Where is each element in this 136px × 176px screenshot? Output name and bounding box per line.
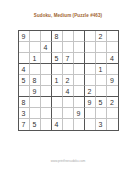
cell-r4c5[interactable]	[63, 64, 74, 75]
cell-r4c2[interactable]	[30, 64, 41, 75]
cell-r9c3[interactable]	[41, 119, 52, 130]
cell-r6c7[interactable]: 2	[85, 86, 96, 97]
cell-r1c6[interactable]	[74, 31, 85, 42]
cell-r1c1[interactable]: 9	[19, 31, 30, 42]
cell-r7c7[interactable]: 9	[85, 97, 96, 108]
cell-r3c2[interactable]: 1	[30, 53, 41, 64]
cell-r3c7[interactable]	[85, 53, 96, 64]
cell-r6c2[interactable]: 9	[30, 86, 41, 97]
cell-r2c2[interactable]	[30, 42, 41, 53]
cell-r4c3[interactable]	[41, 64, 52, 75]
cell-r4c7[interactable]	[85, 64, 96, 75]
cell-r5c3[interactable]	[41, 75, 52, 86]
cell-r3c4[interactable]: 5	[52, 53, 63, 64]
cell-r4c4[interactable]	[52, 64, 63, 75]
cell-r9c6[interactable]	[74, 119, 85, 130]
cell-r8c8[interactable]	[96, 108, 107, 119]
cell-r8c1[interactable]: 3	[19, 108, 30, 119]
cell-r8c9[interactable]	[107, 108, 118, 119]
cell-r8c7[interactable]	[85, 108, 96, 119]
cell-r2c3[interactable]: 4	[41, 42, 52, 53]
cell-r2c8[interactable]	[96, 42, 107, 53]
cell-r5c9[interactable]: 9	[107, 75, 118, 86]
cell-r2c9[interactable]	[107, 42, 118, 53]
cell-r1c3[interactable]	[41, 31, 52, 42]
cell-r3c3[interactable]	[41, 53, 52, 64]
cell-r7c6[interactable]	[74, 97, 85, 108]
cell-r4c1[interactable]: 4	[19, 64, 30, 75]
cell-r3c8[interactable]	[96, 53, 107, 64]
cell-r9c4[interactable]: 4	[52, 119, 63, 130]
cell-r2c7[interactable]	[85, 42, 96, 53]
cell-r2c4[interactable]	[52, 42, 63, 53]
footer-url: www.printfreesudoku.com	[0, 159, 136, 163]
sudoku-sheet: Sudoku, Medium (Puzzle #463) 98241574415…	[0, 13, 136, 176]
cell-r9c1[interactable]: 7	[19, 119, 30, 130]
cell-r9c8[interactable]: 3	[96, 119, 107, 130]
cell-r1c2[interactable]	[30, 31, 41, 42]
cell-r5c7[interactable]	[85, 75, 96, 86]
cell-r1c9[interactable]	[107, 31, 118, 42]
cell-r9c9[interactable]	[107, 119, 118, 130]
cell-r9c2[interactable]: 5	[30, 119, 41, 130]
cell-r8c4[interactable]	[52, 108, 63, 119]
cell-r1c4[interactable]: 8	[52, 31, 63, 42]
cell-r6c1[interactable]	[19, 86, 30, 97]
cell-r6c6[interactable]	[74, 86, 85, 97]
cell-r6c9[interactable]	[107, 86, 118, 97]
cell-r2c6[interactable]	[74, 42, 85, 53]
cell-r1c8[interactable]: 2	[96, 31, 107, 42]
cell-r1c5[interactable]	[63, 31, 74, 42]
cell-r8c2[interactable]	[30, 108, 41, 119]
cell-r2c1[interactable]	[19, 42, 30, 53]
cell-r9c7[interactable]	[85, 119, 96, 130]
cell-r4c6[interactable]	[74, 64, 85, 75]
puzzle-title: Sudoku, Medium (Puzzle #463)	[0, 13, 136, 18]
cell-r9c5[interactable]	[63, 119, 74, 130]
cell-r7c4[interactable]	[52, 97, 63, 108]
cell-r1c7[interactable]	[85, 31, 96, 42]
cell-r3c5[interactable]: 7	[63, 53, 74, 64]
cell-r5c2[interactable]: 8	[30, 75, 41, 86]
cell-r6c8[interactable]	[96, 86, 107, 97]
cell-r7c8[interactable]: 5	[96, 97, 107, 108]
sudoku-board: 9824157441581299428952397543	[18, 30, 119, 131]
cell-r3c6[interactable]	[74, 53, 85, 64]
cell-r4c9[interactable]	[107, 64, 118, 75]
cell-r5c4[interactable]: 1	[52, 75, 63, 86]
cell-r6c4[interactable]	[52, 86, 63, 97]
cell-r7c2[interactable]	[30, 97, 41, 108]
cell-r7c1[interactable]: 8	[19, 97, 30, 108]
cell-r7c5[interactable]	[63, 97, 74, 108]
cell-r3c1[interactable]	[19, 53, 30, 64]
cell-r8c3[interactable]	[41, 108, 52, 119]
cell-r5c1[interactable]: 5	[19, 75, 30, 86]
cell-r3c9[interactable]: 4	[107, 53, 118, 64]
cell-r2c5[interactable]	[63, 42, 74, 53]
cell-r6c5[interactable]: 4	[63, 86, 74, 97]
cell-r7c3[interactable]	[41, 97, 52, 108]
cell-r5c8[interactable]	[96, 75, 107, 86]
cell-r4c8[interactable]: 1	[96, 64, 107, 75]
cell-r8c5[interactable]	[63, 108, 74, 119]
cell-r5c5[interactable]: 2	[63, 75, 74, 86]
cell-r6c3[interactable]	[41, 86, 52, 97]
cell-r8c6[interactable]: 9	[74, 108, 85, 119]
cell-r7c9[interactable]: 2	[107, 97, 118, 108]
cell-r5c6[interactable]	[74, 75, 85, 86]
